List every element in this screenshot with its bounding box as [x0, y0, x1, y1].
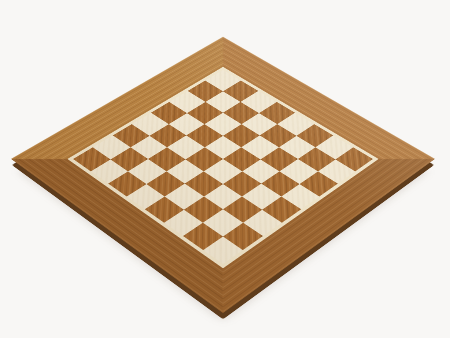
chess-board: [11, 37, 435, 313]
photo-background: [0, 0, 450, 338]
board-face: [11, 37, 435, 313]
